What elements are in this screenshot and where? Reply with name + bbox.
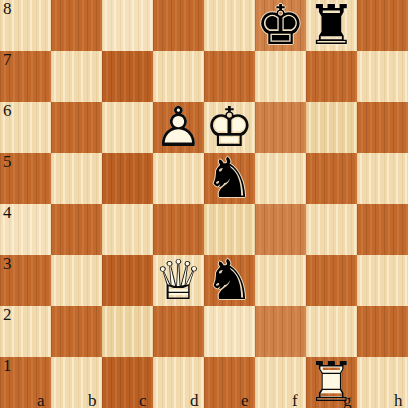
square-h7[interactable] (357, 51, 408, 102)
square-g6[interactable] (306, 102, 357, 153)
square-f1[interactable] (255, 357, 306, 408)
square-e8[interactable] (204, 0, 255, 51)
square-c4[interactable] (102, 204, 153, 255)
square-e5[interactable]: ♞ (204, 153, 255, 204)
square-b3[interactable] (51, 255, 102, 306)
square-b1[interactable] (51, 357, 102, 408)
square-a5[interactable] (0, 153, 51, 204)
square-f4[interactable] (255, 204, 306, 255)
square-b6[interactable] (51, 102, 102, 153)
black-knight-icon: ♞ (204, 255, 255, 306)
white-queen-d3[interactable]: ♛♕ (153, 255, 204, 306)
white-pawn-d6[interactable]: ♟♙ (153, 102, 204, 153)
square-b5[interactable] (51, 153, 102, 204)
square-a2[interactable] (0, 306, 51, 357)
square-h1[interactable] (357, 357, 408, 408)
black-king-icon: ♚ (255, 0, 306, 51)
square-h2[interactable] (357, 306, 408, 357)
white-queen-outline-icon: ♕ (153, 255, 204, 306)
chess-diagram: ♚♜♟♙♚♔♞♛♕♞♜♖ 87654321abcdefgh (0, 0, 408, 408)
square-a4[interactable] (0, 204, 51, 255)
square-d5[interactable] (153, 153, 204, 204)
square-f3[interactable] (255, 255, 306, 306)
square-d3[interactable]: ♛♕ (153, 255, 204, 306)
square-b7[interactable] (51, 51, 102, 102)
black-king-f8[interactable]: ♚ (255, 0, 306, 51)
square-h4[interactable] (357, 204, 408, 255)
square-a1[interactable] (0, 357, 51, 408)
square-f8[interactable]: ♚ (255, 0, 306, 51)
square-c3[interactable] (102, 255, 153, 306)
square-g5[interactable] (306, 153, 357, 204)
square-f6[interactable] (255, 102, 306, 153)
square-c5[interactable] (102, 153, 153, 204)
square-d8[interactable] (153, 0, 204, 51)
white-pawn-outline-icon: ♙ (153, 102, 204, 153)
black-knight-icon: ♞ (204, 153, 255, 204)
square-a6[interactable] (0, 102, 51, 153)
square-h8[interactable] (357, 0, 408, 51)
black-knight-e5[interactable]: ♞ (204, 153, 255, 204)
square-f5[interactable] (255, 153, 306, 204)
square-a3[interactable] (0, 255, 51, 306)
black-knight-e3[interactable]: ♞ (204, 255, 255, 306)
square-g7[interactable] (306, 51, 357, 102)
square-e3[interactable]: ♞ (204, 255, 255, 306)
square-g1[interactable]: ♜♖ (306, 357, 357, 408)
square-b8[interactable] (51, 0, 102, 51)
square-c2[interactable] (102, 306, 153, 357)
square-b4[interactable] (51, 204, 102, 255)
chess-board: ♚♜♟♙♚♔♞♛♕♞♜♖ (0, 0, 408, 408)
white-rook-g1[interactable]: ♜♖ (306, 357, 357, 408)
square-d6[interactable]: ♟♙ (153, 102, 204, 153)
square-c1[interactable] (102, 357, 153, 408)
square-d1[interactable] (153, 357, 204, 408)
square-h3[interactable] (357, 255, 408, 306)
square-e1[interactable] (204, 357, 255, 408)
square-g4[interactable] (306, 204, 357, 255)
square-g8[interactable]: ♜ (306, 0, 357, 51)
black-rook-icon: ♜ (306, 0, 357, 51)
square-b2[interactable] (51, 306, 102, 357)
square-d2[interactable] (153, 306, 204, 357)
square-a8[interactable] (0, 0, 51, 51)
square-f2[interactable] (255, 306, 306, 357)
square-c6[interactable] (102, 102, 153, 153)
white-rook-outline-icon: ♖ (306, 357, 357, 408)
square-h6[interactable] (357, 102, 408, 153)
black-rook-g8[interactable]: ♜ (306, 0, 357, 51)
square-c7[interactable] (102, 51, 153, 102)
square-g3[interactable] (306, 255, 357, 306)
square-e2[interactable] (204, 306, 255, 357)
square-a7[interactable] (0, 51, 51, 102)
square-c8[interactable] (102, 0, 153, 51)
square-h5[interactable] (357, 153, 408, 204)
square-f7[interactable] (255, 51, 306, 102)
